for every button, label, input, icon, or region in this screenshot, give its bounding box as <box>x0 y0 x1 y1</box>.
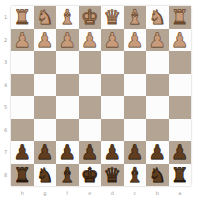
white-pawn-c2[interactable]: ♟ <box>126 29 144 52</box>
square-d5[interactable] <box>101 96 124 119</box>
square-a7[interactable]: ♟ <box>169 141 192 164</box>
rank-label-6: 6 <box>0 119 11 142</box>
square-h7[interactable]: ♟ <box>11 141 34 164</box>
file-labels: hgfedcba <box>11 187 191 198</box>
square-e8[interactable]: ♚ <box>79 164 102 187</box>
file-label-c: c <box>124 187 147 198</box>
white-pawn-h2[interactable]: ♟ <box>13 29 31 52</box>
square-c3[interactable] <box>124 51 147 74</box>
file-label-g: g <box>34 187 57 198</box>
black-bishop-c8[interactable]: ♝ <box>126 164 144 187</box>
black-pawn-g7[interactable]: ♟ <box>36 141 54 164</box>
rank-label-1: 1 <box>0 6 11 29</box>
square-c4[interactable] <box>124 74 147 97</box>
square-b6[interactable] <box>146 119 169 142</box>
file-label-a: a <box>169 187 192 198</box>
white-rook-h1[interactable]: ♜ <box>13 6 31 29</box>
square-d7[interactable]: ♟ <box>101 141 124 164</box>
square-d1[interactable]: ♛ <box>101 6 124 29</box>
file-label-f: f <box>56 187 79 198</box>
square-c1[interactable]: ♝ <box>124 6 147 29</box>
square-b1[interactable]: ♞ <box>146 6 169 29</box>
black-pawn-h7[interactable]: ♟ <box>13 141 31 164</box>
square-g6[interactable] <box>34 119 57 142</box>
rank-label-8: 8 <box>0 164 11 187</box>
black-pawn-f7[interactable]: ♟ <box>58 141 76 164</box>
square-b4[interactable] <box>146 74 169 97</box>
black-rook-h8[interactable]: ♜ <box>13 164 31 187</box>
square-e2[interactable]: ♟ <box>79 29 102 52</box>
square-h6[interactable] <box>11 119 34 142</box>
rank-label-3: 3 <box>0 51 11 74</box>
square-e4[interactable] <box>79 74 102 97</box>
square-h1[interactable]: ♜ <box>11 6 34 29</box>
square-e7[interactable]: ♟ <box>79 141 102 164</box>
white-pawn-d2[interactable]: ♟ <box>103 29 121 52</box>
white-rook-a1[interactable]: ♜ <box>171 6 189 29</box>
white-pawn-f2[interactable]: ♟ <box>58 29 76 52</box>
square-e3[interactable] <box>79 51 102 74</box>
black-pawn-b7[interactable]: ♟ <box>148 141 166 164</box>
square-c2[interactable]: ♟ <box>124 29 147 52</box>
rank-label-4: 4 <box>0 74 11 97</box>
square-d4[interactable] <box>101 74 124 97</box>
black-pawn-a7[interactable]: ♟ <box>171 141 189 164</box>
square-e5[interactable] <box>79 96 102 119</box>
square-a1[interactable]: ♜ <box>169 6 192 29</box>
square-f1[interactable]: ♝ <box>56 6 79 29</box>
white-bishop-c1[interactable]: ♝ <box>126 6 144 29</box>
chess-app: 12345678 ♜♞♝♚♛♝♞♜♟♟♟♟♟♟♟♟♟♟♟♟♟♟♟♟♜♞♝♚♛♝♞… <box>0 0 200 200</box>
white-pawn-a2[interactable]: ♟ <box>171 29 189 52</box>
square-b5[interactable] <box>146 96 169 119</box>
square-a4[interactable] <box>169 74 192 97</box>
rank-labels: 12345678 <box>0 6 11 186</box>
square-d3[interactable] <box>101 51 124 74</box>
square-a6[interactable] <box>169 119 192 142</box>
square-g5[interactable] <box>34 96 57 119</box>
black-knight-g8[interactable]: ♞ <box>36 164 54 187</box>
white-pawn-g2[interactable]: ♟ <box>36 29 54 52</box>
file-label-h: h <box>11 187 34 198</box>
white-pawn-b2[interactable]: ♟ <box>148 29 166 52</box>
square-a5[interactable] <box>169 96 192 119</box>
file-label-e: e <box>79 187 102 198</box>
square-h4[interactable] <box>11 74 34 97</box>
square-d8[interactable]: ♛ <box>101 164 124 187</box>
black-queen-d8[interactable]: ♛ <box>103 164 121 187</box>
square-g7[interactable]: ♟ <box>34 141 57 164</box>
black-king-e8[interactable]: ♚ <box>81 164 99 187</box>
square-f4[interactable] <box>56 74 79 97</box>
square-g2[interactable]: ♟ <box>34 29 57 52</box>
square-a2[interactable]: ♟ <box>169 29 192 52</box>
white-queen-d1[interactable]: ♛ <box>103 6 121 29</box>
square-h8[interactable]: ♜ <box>11 164 34 187</box>
square-h2[interactable]: ♟ <box>11 29 34 52</box>
square-g8[interactable]: ♞ <box>34 164 57 187</box>
square-b7[interactable]: ♟ <box>146 141 169 164</box>
white-bishop-f1[interactable]: ♝ <box>58 6 76 29</box>
square-d6[interactable] <box>101 119 124 142</box>
square-c7[interactable]: ♟ <box>124 141 147 164</box>
black-knight-b8[interactable]: ♞ <box>148 164 166 187</box>
square-d2[interactable]: ♟ <box>101 29 124 52</box>
white-knight-g1[interactable]: ♞ <box>36 6 54 29</box>
square-e1[interactable]: ♚ <box>79 6 102 29</box>
square-f7[interactable]: ♟ <box>56 141 79 164</box>
square-a3[interactable] <box>169 51 192 74</box>
white-pawn-e2[interactable]: ♟ <box>81 29 99 52</box>
file-label-d: d <box>101 187 124 198</box>
square-f6[interactable] <box>56 119 79 142</box>
square-g3[interactable] <box>34 51 57 74</box>
black-pawn-e7[interactable]: ♟ <box>81 141 99 164</box>
white-king-e1[interactable]: ♚ <box>81 6 99 29</box>
square-g1[interactable]: ♞ <box>34 6 57 29</box>
black-pawn-c7[interactable]: ♟ <box>126 141 144 164</box>
chess-board: ♜♞♝♚♛♝♞♜♟♟♟♟♟♟♟♟♟♟♟♟♟♟♟♟♜♞♝♚♛♝♞♜ <box>11 6 191 186</box>
square-b3[interactable] <box>146 51 169 74</box>
square-b8[interactable]: ♞ <box>146 164 169 187</box>
square-g4[interactable] <box>34 74 57 97</box>
black-rook-a8[interactable]: ♜ <box>171 164 189 187</box>
square-h3[interactable] <box>11 51 34 74</box>
black-bishop-f8[interactable]: ♝ <box>58 164 76 187</box>
square-e6[interactable] <box>79 119 102 142</box>
square-f2[interactable]: ♟ <box>56 29 79 52</box>
rank-label-5: 5 <box>0 96 11 119</box>
file-label-b: b <box>146 187 169 198</box>
rank-label-7: 7 <box>0 141 11 164</box>
rank-label-2: 2 <box>0 29 11 52</box>
square-a8[interactable]: ♜ <box>169 164 192 187</box>
square-c5[interactable] <box>124 96 147 119</box>
black-pawn-d7[interactable]: ♟ <box>103 141 121 164</box>
square-f8[interactable]: ♝ <box>56 164 79 187</box>
square-f5[interactable] <box>56 96 79 119</box>
square-b2[interactable]: ♟ <box>146 29 169 52</box>
white-knight-b1[interactable]: ♞ <box>148 6 166 29</box>
square-c6[interactable] <box>124 119 147 142</box>
square-c8[interactable]: ♝ <box>124 164 147 187</box>
square-f3[interactable] <box>56 51 79 74</box>
square-h5[interactable] <box>11 96 34 119</box>
